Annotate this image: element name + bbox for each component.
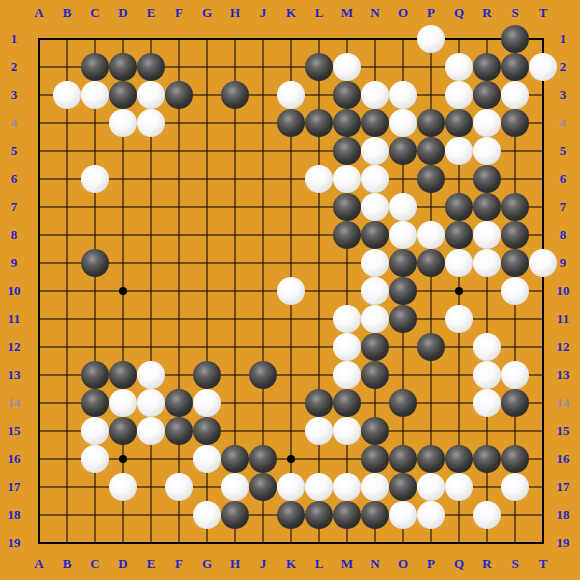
stone-black-S8[interactable] xyxy=(501,221,529,249)
col-label-bottom-B: B xyxy=(53,556,81,572)
col-label-top-O: O xyxy=(389,5,417,21)
stone-white-R12[interactable] xyxy=(473,333,501,361)
stone-white-C16[interactable] xyxy=(81,445,109,473)
col-label-top-E: E xyxy=(137,5,165,21)
row-label-left-15: 15 xyxy=(0,423,28,439)
col-label-top-N: N xyxy=(361,5,389,21)
stone-black-N13[interactable] xyxy=(361,361,389,389)
stone-white-C3[interactable] xyxy=(81,81,109,109)
col-label-bottom-E: E xyxy=(137,556,165,572)
stone-black-H18[interactable] xyxy=(221,501,249,529)
row-label-left-9: 9 xyxy=(0,255,28,271)
stone-black-N8[interactable] xyxy=(361,221,389,249)
stone-black-S2[interactable] xyxy=(501,53,529,81)
stone-white-N17[interactable] xyxy=(361,473,389,501)
row-label-left-3: 3 xyxy=(0,87,28,103)
stone-black-R2[interactable] xyxy=(473,53,501,81)
stone-white-M15[interactable] xyxy=(333,417,361,445)
stone-white-Q3[interactable] xyxy=(445,81,473,109)
stone-black-O16[interactable] xyxy=(389,445,417,473)
stone-black-S16[interactable] xyxy=(501,445,529,473)
row-label-left-12: 12 xyxy=(0,339,28,355)
stone-white-T2[interactable] xyxy=(529,53,557,81)
stone-white-O18[interactable] xyxy=(389,501,417,529)
stone-white-F17[interactable] xyxy=(165,473,193,501)
stone-white-O4[interactable] xyxy=(389,109,417,137)
star-point-Q10 xyxy=(455,287,463,295)
col-label-bottom-Q: Q xyxy=(445,556,473,572)
stone-black-M18[interactable] xyxy=(333,501,361,529)
stone-black-K4[interactable] xyxy=(277,109,305,137)
stone-white-D4[interactable] xyxy=(109,109,137,137)
col-label-bottom-F: F xyxy=(165,556,193,572)
row-label-right-19: 19 xyxy=(549,535,577,551)
stone-white-R13[interactable] xyxy=(473,361,501,389)
row-label-right-12: 12 xyxy=(549,339,577,355)
stone-black-N18[interactable] xyxy=(361,501,389,529)
col-label-top-F: F xyxy=(165,5,193,21)
stone-black-N16[interactable] xyxy=(361,445,389,473)
stone-black-O10[interactable] xyxy=(389,277,417,305)
col-label-top-P: P xyxy=(417,5,445,21)
stone-white-R18[interactable] xyxy=(473,501,501,529)
stone-black-R6[interactable] xyxy=(473,165,501,193)
stone-white-M13[interactable] xyxy=(333,361,361,389)
row-label-right-14: 14 xyxy=(549,395,577,411)
stone-black-O14[interactable] xyxy=(389,389,417,417)
stone-white-K17[interactable] xyxy=(277,473,305,501)
stone-white-C15[interactable] xyxy=(81,417,109,445)
col-label-top-B: B xyxy=(53,5,81,21)
stone-black-R16[interactable] xyxy=(473,445,501,473)
row-label-left-19: 19 xyxy=(0,535,28,551)
stone-black-P4[interactable] xyxy=(417,109,445,137)
stone-black-N4[interactable] xyxy=(361,109,389,137)
row-label-right-15: 15 xyxy=(549,423,577,439)
stone-white-N10[interactable] xyxy=(361,277,389,305)
row-label-left-4: 4 xyxy=(0,115,28,131)
stone-white-D14[interactable] xyxy=(109,389,137,417)
stone-black-O9[interactable] xyxy=(389,249,417,277)
stone-white-N11[interactable] xyxy=(361,305,389,333)
stone-black-O11[interactable] xyxy=(389,305,417,333)
row-label-left-16: 16 xyxy=(0,451,28,467)
stone-white-L6[interactable] xyxy=(305,165,333,193)
row-label-left-13: 13 xyxy=(0,367,28,383)
col-label-bottom-T: T xyxy=(529,556,557,572)
col-label-top-Q: Q xyxy=(445,5,473,21)
stone-black-J13[interactable] xyxy=(249,361,277,389)
stone-black-S9[interactable] xyxy=(501,249,529,277)
stone-black-O5[interactable] xyxy=(389,137,417,165)
col-label-bottom-C: C xyxy=(81,556,109,572)
stone-black-C2[interactable] xyxy=(81,53,109,81)
stone-white-G16[interactable] xyxy=(193,445,221,473)
stone-white-M2[interactable] xyxy=(333,53,361,81)
stone-black-L4[interactable] xyxy=(305,109,333,137)
col-label-top-S: S xyxy=(501,5,529,21)
stone-black-Q4[interactable] xyxy=(445,109,473,137)
stone-black-P9[interactable] xyxy=(417,249,445,277)
row-label-right-16: 16 xyxy=(549,451,577,467)
stone-black-Q8[interactable] xyxy=(445,221,473,249)
col-label-top-L: L xyxy=(305,5,333,21)
col-label-top-K: K xyxy=(277,5,305,21)
row-label-right-6: 6 xyxy=(549,171,577,187)
stone-white-Q11[interactable] xyxy=(445,305,473,333)
go-board[interactable]: AABBCCDDEEFFGGHHJJKKLLMMNNOOPPQQRRSSTT11… xyxy=(0,0,580,580)
stone-black-M7[interactable] xyxy=(333,193,361,221)
stone-black-S1[interactable] xyxy=(501,25,529,53)
stone-black-N12[interactable] xyxy=(361,333,389,361)
stone-white-O8[interactable] xyxy=(389,221,417,249)
stone-black-G13[interactable] xyxy=(193,361,221,389)
stone-white-Q2[interactable] xyxy=(445,53,473,81)
row-label-left-10: 10 xyxy=(0,283,28,299)
stone-black-E2[interactable] xyxy=(137,53,165,81)
stone-white-K10[interactable] xyxy=(277,277,305,305)
stone-white-R5[interactable] xyxy=(473,137,501,165)
stone-black-G15[interactable] xyxy=(193,417,221,445)
stone-white-P8[interactable] xyxy=(417,221,445,249)
stone-black-Q7[interactable] xyxy=(445,193,473,221)
stone-white-O3[interactable] xyxy=(389,81,417,109)
stone-black-C14[interactable] xyxy=(81,389,109,417)
row-label-right-10: 10 xyxy=(549,283,577,299)
col-label-top-D: D xyxy=(109,5,137,21)
stone-black-K18[interactable] xyxy=(277,501,305,529)
col-label-bottom-G: G xyxy=(193,556,221,572)
stone-white-G18[interactable] xyxy=(193,501,221,529)
stone-white-M6[interactable] xyxy=(333,165,361,193)
stone-black-S4[interactable] xyxy=(501,109,529,137)
stone-white-L17[interactable] xyxy=(305,473,333,501)
col-label-top-J: J xyxy=(249,5,277,21)
row-label-left-7: 7 xyxy=(0,199,28,215)
stone-white-R4[interactable] xyxy=(473,109,501,137)
stone-white-M12[interactable] xyxy=(333,333,361,361)
row-label-left-5: 5 xyxy=(0,143,28,159)
stone-black-L14[interactable] xyxy=(305,389,333,417)
col-label-bottom-M: M xyxy=(333,556,361,572)
col-label-top-T: T xyxy=(529,5,557,21)
stone-white-D17[interactable] xyxy=(109,473,137,501)
stone-white-O7[interactable] xyxy=(389,193,417,221)
stone-white-T9[interactable] xyxy=(529,249,557,277)
stone-black-J16[interactable] xyxy=(249,445,277,473)
col-label-bottom-O: O xyxy=(389,556,417,572)
stone-white-N3[interactable] xyxy=(361,81,389,109)
col-label-bottom-J: J xyxy=(249,556,277,572)
stone-white-E13[interactable] xyxy=(137,361,165,389)
row-label-right-5: 5 xyxy=(549,143,577,159)
stone-black-D13[interactable] xyxy=(109,361,137,389)
stone-black-D15[interactable] xyxy=(109,417,137,445)
row-label-right-1: 1 xyxy=(549,31,577,47)
stone-white-Q17[interactable] xyxy=(445,473,473,501)
stone-white-N6[interactable] xyxy=(361,165,389,193)
stone-white-N7[interactable] xyxy=(361,193,389,221)
stone-black-P16[interactable] xyxy=(417,445,445,473)
stone-black-F14[interactable] xyxy=(165,389,193,417)
star-point-D10 xyxy=(119,287,127,295)
stone-white-C6[interactable] xyxy=(81,165,109,193)
star-point-D16 xyxy=(119,455,127,463)
row-label-left-18: 18 xyxy=(0,507,28,523)
stone-black-H16[interactable] xyxy=(221,445,249,473)
stone-black-D3[interactable] xyxy=(109,81,137,109)
stone-black-S14[interactable] xyxy=(501,389,529,417)
row-label-left-2: 2 xyxy=(0,59,28,75)
row-label-right-7: 7 xyxy=(549,199,577,215)
stone-black-L18[interactable] xyxy=(305,501,333,529)
star-point-K16 xyxy=(287,455,295,463)
stone-white-E14[interactable] xyxy=(137,389,165,417)
row-label-right-11: 11 xyxy=(549,311,577,327)
col-label-bottom-S: S xyxy=(501,556,529,572)
row-label-right-17: 17 xyxy=(549,479,577,495)
col-label-top-R: R xyxy=(473,5,501,21)
stone-white-R9[interactable] xyxy=(473,249,501,277)
col-label-bottom-N: N xyxy=(361,556,389,572)
stone-black-R3[interactable] xyxy=(473,81,501,109)
col-label-bottom-L: L xyxy=(305,556,333,572)
stone-black-P12[interactable] xyxy=(417,333,445,361)
stone-white-S10[interactable] xyxy=(501,277,529,305)
stone-white-S13[interactable] xyxy=(501,361,529,389)
col-label-bottom-R: R xyxy=(473,556,501,572)
col-label-bottom-A: A xyxy=(25,556,53,572)
row-label-left-17: 17 xyxy=(0,479,28,495)
row-label-right-18: 18 xyxy=(549,507,577,523)
stone-white-M11[interactable] xyxy=(333,305,361,333)
stone-black-M5[interactable] xyxy=(333,137,361,165)
stone-black-M3[interactable] xyxy=(333,81,361,109)
stone-white-Q9[interactable] xyxy=(445,249,473,277)
row-label-right-4: 4 xyxy=(549,115,577,131)
stone-white-L15[interactable] xyxy=(305,417,333,445)
stone-black-F15[interactable] xyxy=(165,417,193,445)
stone-black-S7[interactable] xyxy=(501,193,529,221)
stone-white-G14[interactable] xyxy=(193,389,221,417)
row-label-left-11: 11 xyxy=(0,311,28,327)
col-label-bottom-P: P xyxy=(417,556,445,572)
stone-white-E15[interactable] xyxy=(137,417,165,445)
row-label-left-6: 6 xyxy=(0,171,28,187)
row-label-right-8: 8 xyxy=(549,227,577,243)
stone-black-M8[interactable] xyxy=(333,221,361,249)
col-label-top-G: G xyxy=(193,5,221,21)
col-label-bottom-H: H xyxy=(221,556,249,572)
row-label-right-3: 3 xyxy=(549,87,577,103)
stone-black-N15[interactable] xyxy=(361,417,389,445)
stone-black-P6[interactable] xyxy=(417,165,445,193)
stone-white-N5[interactable] xyxy=(361,137,389,165)
stone-white-E4[interactable] xyxy=(137,109,165,137)
stone-black-C9[interactable] xyxy=(81,249,109,277)
col-label-top-M: M xyxy=(333,5,361,21)
stone-white-K3[interactable] xyxy=(277,81,305,109)
stone-white-P18[interactable] xyxy=(417,501,445,529)
stone-white-E3[interactable] xyxy=(137,81,165,109)
stone-white-Q5[interactable] xyxy=(445,137,473,165)
stone-white-R14[interactable] xyxy=(473,389,501,417)
col-label-top-C: C xyxy=(81,5,109,21)
stone-white-M17[interactable] xyxy=(333,473,361,501)
stone-black-H3[interactable] xyxy=(221,81,249,109)
row-label-left-8: 8 xyxy=(0,227,28,243)
stone-black-D2[interactable] xyxy=(109,53,137,81)
stone-black-P5[interactable] xyxy=(417,137,445,165)
stone-white-P17[interactable] xyxy=(417,473,445,501)
stone-black-R7[interactable] xyxy=(473,193,501,221)
stone-white-S17[interactable] xyxy=(501,473,529,501)
stone-black-O17[interactable] xyxy=(389,473,417,501)
stone-white-S3[interactable] xyxy=(501,81,529,109)
stone-white-P1[interactable] xyxy=(417,25,445,53)
stone-black-M4[interactable] xyxy=(333,109,361,137)
col-label-bottom-K: K xyxy=(277,556,305,572)
row-label-left-14: 14 xyxy=(0,395,28,411)
col-label-bottom-D: D xyxy=(109,556,137,572)
stone-black-F3[interactable] xyxy=(165,81,193,109)
col-label-top-H: H xyxy=(221,5,249,21)
stone-black-J17[interactable] xyxy=(249,473,277,501)
stone-white-N9[interactable] xyxy=(361,249,389,277)
stone-white-R8[interactable] xyxy=(473,221,501,249)
stone-black-M14[interactable] xyxy=(333,389,361,417)
stone-black-L2[interactable] xyxy=(305,53,333,81)
col-label-top-A: A xyxy=(25,5,53,21)
stone-white-B3[interactable] xyxy=(53,81,81,109)
row-label-left-1: 1 xyxy=(0,31,28,47)
stone-black-C13[interactable] xyxy=(81,361,109,389)
stone-black-Q16[interactable] xyxy=(445,445,473,473)
stone-white-H17[interactable] xyxy=(221,473,249,501)
row-label-right-13: 13 xyxy=(549,367,577,383)
